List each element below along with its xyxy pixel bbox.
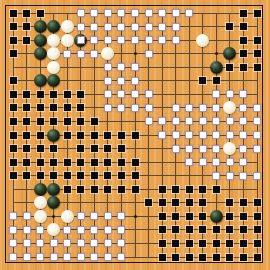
white-territory-marker bbox=[212, 131, 220, 139]
black-stone bbox=[34, 20, 47, 33]
black-territory-marker bbox=[240, 199, 247, 206]
black-territory-marker bbox=[132, 172, 139, 179]
black-territory-marker bbox=[226, 213, 233, 220]
white-territory-marker bbox=[158, 23, 166, 31]
black-territory-marker bbox=[50, 104, 57, 111]
white-territory-marker bbox=[212, 145, 220, 153]
black-territory-marker bbox=[23, 37, 30, 44]
black-territory-marker bbox=[23, 10, 30, 17]
white-territory-marker bbox=[117, 253, 125, 261]
white-territory-marker bbox=[212, 172, 220, 180]
white-territory-marker bbox=[131, 104, 139, 112]
black-territory-marker bbox=[226, 226, 233, 233]
white-territory-marker bbox=[104, 9, 112, 17]
white-territory-marker bbox=[172, 104, 180, 112]
black-territory-marker bbox=[159, 213, 166, 220]
black-territory-marker bbox=[64, 91, 71, 98]
white-territory-marker bbox=[145, 50, 153, 58]
black-territory-marker bbox=[64, 172, 71, 179]
black-territory-marker bbox=[240, 23, 247, 30]
black-territory-marker bbox=[37, 172, 44, 179]
white-territory-marker bbox=[117, 226, 125, 234]
white-territory-marker bbox=[172, 145, 180, 153]
star-point bbox=[215, 52, 218, 55]
black-territory-marker bbox=[172, 213, 179, 220]
white-territory-marker bbox=[104, 77, 112, 85]
white-territory-marker bbox=[117, 212, 125, 220]
white-territory-marker bbox=[36, 226, 44, 234]
star-point bbox=[134, 52, 137, 55]
black-territory-marker bbox=[213, 226, 220, 233]
black-territory-marker bbox=[199, 186, 206, 193]
black-territory-marker bbox=[213, 186, 220, 193]
black-territory-marker bbox=[186, 226, 193, 233]
white-territory-marker bbox=[117, 90, 125, 98]
black-territory-marker bbox=[199, 226, 206, 233]
black-territory-marker bbox=[186, 213, 193, 220]
white-stone bbox=[196, 34, 209, 47]
white-territory-marker bbox=[253, 131, 261, 139]
white-territory-marker bbox=[145, 117, 153, 125]
black-territory-marker bbox=[50, 172, 57, 179]
black-territory-marker bbox=[226, 240, 233, 247]
black-territory-marker bbox=[240, 240, 247, 247]
white-territory-marker bbox=[9, 212, 17, 220]
black-territory-marker bbox=[254, 37, 261, 44]
white-territory-marker bbox=[77, 253, 85, 261]
white-territory-marker bbox=[77, 9, 85, 17]
black-territory-marker bbox=[172, 254, 179, 261]
white-territory-marker bbox=[90, 36, 98, 44]
white-territory-marker bbox=[158, 117, 166, 125]
go-board[interactable] bbox=[0, 0, 270, 270]
black-territory-marker bbox=[77, 104, 84, 111]
black-territory-marker bbox=[159, 226, 166, 233]
white-territory-marker bbox=[172, 117, 180, 125]
black-territory-marker bbox=[23, 172, 30, 179]
star-point bbox=[134, 215, 137, 218]
white-territory-marker bbox=[145, 23, 153, 31]
white-territory-marker bbox=[117, 9, 125, 17]
black-territory-marker bbox=[240, 254, 247, 261]
black-territory-marker bbox=[91, 186, 98, 193]
white-territory-marker bbox=[77, 226, 85, 234]
black-territory-marker bbox=[37, 10, 44, 17]
black-territory-marker bbox=[23, 23, 30, 30]
black-territory-marker bbox=[91, 118, 98, 125]
white-territory-marker bbox=[131, 90, 139, 98]
black-territory-marker bbox=[10, 118, 17, 125]
black-territory-marker bbox=[91, 172, 98, 179]
black-territory-marker bbox=[10, 172, 17, 179]
black-territory-marker bbox=[199, 77, 206, 84]
black-stone bbox=[47, 183, 60, 196]
white-territory-marker bbox=[90, 226, 98, 234]
white-territory-marker bbox=[239, 172, 247, 180]
black-territory-marker bbox=[77, 172, 84, 179]
black-stone bbox=[34, 47, 47, 60]
white-territory-marker bbox=[239, 145, 247, 153]
white-territory-marker bbox=[145, 90, 153, 98]
white-territory-marker bbox=[77, 23, 85, 31]
white-territory-marker bbox=[117, 77, 125, 85]
white-territory-marker bbox=[9, 226, 17, 234]
black-territory-marker bbox=[77, 186, 84, 193]
black-territory-marker bbox=[104, 145, 111, 152]
black-territory-marker bbox=[37, 118, 44, 125]
black-territory-marker bbox=[118, 172, 125, 179]
black-territory-marker bbox=[64, 159, 71, 166]
white-territory-marker bbox=[131, 23, 139, 31]
white-territory-marker bbox=[185, 145, 193, 153]
white-territory-marker bbox=[90, 253, 98, 261]
white-territory-marker bbox=[226, 90, 234, 98]
white-territory-marker bbox=[104, 23, 112, 31]
black-stone bbox=[47, 129, 60, 142]
black-territory-marker bbox=[77, 145, 84, 152]
black-territory-marker bbox=[77, 91, 84, 98]
white-territory-marker bbox=[239, 158, 247, 166]
white-territory-marker bbox=[239, 131, 247, 139]
white-territory-marker bbox=[185, 158, 193, 166]
white-territory-marker bbox=[226, 131, 234, 139]
black-territory-marker bbox=[240, 37, 247, 44]
black-territory-marker bbox=[50, 118, 57, 125]
black-territory-marker bbox=[199, 254, 206, 261]
black-territory-marker bbox=[172, 199, 179, 206]
black-territory-marker bbox=[240, 50, 247, 57]
black-territory-marker bbox=[23, 104, 30, 111]
black-territory-marker bbox=[172, 240, 179, 247]
black-territory-marker bbox=[254, 226, 261, 233]
black-territory-marker bbox=[159, 186, 166, 193]
black-territory-marker bbox=[23, 118, 30, 125]
dead-black-stone bbox=[74, 34, 87, 47]
white-territory-marker bbox=[36, 253, 44, 261]
black-territory-marker bbox=[132, 132, 139, 139]
black-territory-marker bbox=[77, 118, 84, 125]
white-territory-marker bbox=[9, 239, 17, 247]
white-territory-marker bbox=[23, 226, 31, 234]
white-territory-marker bbox=[145, 36, 153, 44]
white-territory-marker bbox=[104, 63, 112, 71]
black-territory-marker bbox=[64, 186, 71, 193]
black-territory-marker bbox=[23, 91, 30, 98]
white-stone bbox=[34, 196, 47, 209]
black-territory-marker bbox=[226, 64, 233, 71]
black-territory-marker bbox=[172, 226, 179, 233]
black-territory-marker bbox=[23, 145, 30, 152]
black-territory-marker bbox=[186, 254, 193, 261]
black-territory-marker bbox=[50, 91, 57, 98]
white-territory-marker bbox=[131, 36, 139, 44]
black-territory-marker bbox=[159, 199, 166, 206]
white-territory-marker bbox=[239, 90, 247, 98]
white-territory-marker bbox=[36, 239, 44, 247]
black-territory-marker bbox=[23, 132, 30, 139]
white-territory-marker bbox=[63, 253, 71, 261]
star-point bbox=[52, 215, 55, 218]
black-territory-marker bbox=[240, 10, 247, 17]
white-territory-marker bbox=[50, 239, 58, 247]
black-territory-marker bbox=[199, 199, 206, 206]
black-territory-marker bbox=[77, 159, 84, 166]
black-territory-marker bbox=[91, 145, 98, 152]
white-territory-marker bbox=[104, 36, 112, 44]
black-territory-marker bbox=[10, 145, 17, 152]
black-territory-marker bbox=[10, 23, 17, 30]
white-territory-marker bbox=[131, 63, 139, 71]
white-territory-marker bbox=[23, 212, 31, 220]
white-territory-marker bbox=[226, 158, 234, 166]
white-stone bbox=[47, 34, 60, 47]
white-territory-marker bbox=[90, 50, 98, 58]
black-territory-marker bbox=[240, 213, 247, 220]
white-territory-marker bbox=[226, 172, 234, 180]
white-territory-marker bbox=[253, 104, 261, 112]
black-territory-marker bbox=[240, 64, 247, 71]
black-territory-marker bbox=[186, 186, 193, 193]
black-territory-marker bbox=[186, 199, 193, 206]
white-territory-marker bbox=[90, 239, 98, 247]
white-stone bbox=[61, 210, 74, 223]
white-territory-marker bbox=[90, 9, 98, 17]
white-territory-marker bbox=[158, 36, 166, 44]
white-territory-marker bbox=[117, 63, 125, 71]
white-territory-marker bbox=[212, 158, 220, 166]
white-territory-marker bbox=[104, 239, 112, 247]
white-territory-marker bbox=[172, 36, 180, 44]
white-territory-marker bbox=[158, 131, 166, 139]
black-territory-marker bbox=[199, 213, 206, 220]
white-territory-marker bbox=[90, 212, 98, 220]
white-stone bbox=[47, 61, 60, 74]
white-territory-marker bbox=[185, 104, 193, 112]
white-territory-marker bbox=[104, 253, 112, 261]
white-territory-marker bbox=[23, 253, 31, 261]
white-territory-marker bbox=[77, 212, 85, 220]
white-stone bbox=[34, 210, 47, 223]
white-territory-marker bbox=[172, 23, 180, 31]
white-territory-marker bbox=[50, 253, 58, 261]
white-territory-marker bbox=[253, 117, 261, 125]
black-territory-marker bbox=[118, 145, 125, 152]
black-territory-marker bbox=[37, 91, 44, 98]
black-territory-marker bbox=[226, 23, 233, 30]
black-territory-marker bbox=[254, 199, 261, 206]
white-territory-marker bbox=[23, 239, 31, 247]
black-territory-marker bbox=[254, 50, 261, 57]
white-territory-marker bbox=[145, 104, 153, 112]
white-territory-marker bbox=[239, 117, 247, 125]
white-territory-marker bbox=[104, 104, 112, 112]
white-territory-marker bbox=[104, 90, 112, 98]
black-territory-marker bbox=[10, 132, 17, 139]
white-territory-marker bbox=[199, 117, 207, 125]
black-territory-marker bbox=[23, 159, 30, 166]
white-territory-marker bbox=[185, 117, 193, 125]
black-territory-marker bbox=[10, 159, 17, 166]
black-territory-marker bbox=[104, 172, 111, 179]
black-territory-marker bbox=[77, 132, 84, 139]
black-territory-marker bbox=[64, 118, 71, 125]
black-territory-marker bbox=[10, 77, 17, 84]
white-territory-marker bbox=[158, 9, 166, 17]
white-territory-marker bbox=[212, 90, 220, 98]
black-territory-marker bbox=[104, 132, 111, 139]
black-territory-marker bbox=[254, 64, 261, 71]
white-territory-marker bbox=[185, 131, 193, 139]
black-territory-marker bbox=[213, 254, 220, 261]
white-territory-marker bbox=[9, 253, 17, 261]
black-territory-marker bbox=[132, 159, 139, 166]
white-territory-marker bbox=[212, 117, 220, 125]
white-territory-marker bbox=[104, 212, 112, 220]
black-territory-marker bbox=[132, 186, 139, 193]
black-territory-marker bbox=[64, 132, 71, 139]
black-stone bbox=[34, 34, 47, 47]
black-territory-marker bbox=[213, 240, 220, 247]
white-territory-marker bbox=[117, 104, 125, 112]
white-territory-marker bbox=[104, 226, 112, 234]
black-territory-marker bbox=[226, 254, 233, 261]
white-territory-marker bbox=[63, 239, 71, 247]
black-territory-marker bbox=[145, 199, 152, 206]
go-client-screenshot bbox=[0, 0, 270, 270]
white-territory-marker bbox=[77, 50, 85, 58]
black-territory-marker bbox=[104, 186, 111, 193]
dead-stone-white-territory-marker bbox=[77, 36, 85, 44]
black-territory-marker bbox=[118, 132, 125, 139]
black-territory-marker bbox=[10, 50, 17, 57]
black-territory-marker bbox=[213, 77, 220, 84]
white-territory-marker bbox=[212, 104, 220, 112]
black-territory-marker bbox=[172, 186, 179, 193]
black-territory-marker bbox=[37, 159, 44, 166]
black-territory-marker bbox=[159, 240, 166, 247]
black-territory-marker bbox=[37, 104, 44, 111]
white-territory-marker bbox=[77, 239, 85, 247]
black-territory-marker bbox=[10, 104, 17, 111]
black-territory-marker bbox=[37, 132, 44, 139]
black-territory-marker bbox=[10, 91, 17, 98]
white-territory-marker bbox=[90, 23, 98, 31]
black-territory-marker bbox=[64, 104, 71, 111]
white-territory-marker bbox=[117, 23, 125, 31]
white-territory-marker bbox=[239, 104, 247, 112]
black-territory-marker bbox=[50, 145, 57, 152]
black-territory-marker bbox=[10, 37, 17, 44]
white-stone bbox=[61, 34, 74, 47]
white-territory-marker bbox=[199, 104, 207, 112]
black-territory-marker bbox=[50, 159, 57, 166]
white-territory-marker bbox=[117, 36, 125, 44]
white-territory-marker bbox=[131, 77, 139, 85]
black-territory-marker bbox=[91, 132, 98, 139]
black-stone bbox=[34, 74, 47, 87]
white-territory-marker bbox=[63, 226, 71, 234]
black-territory-marker bbox=[159, 254, 166, 261]
black-territory-marker bbox=[254, 213, 261, 220]
black-territory-marker bbox=[254, 10, 261, 17]
black-territory-marker bbox=[254, 240, 261, 247]
black-territory-marker bbox=[118, 186, 125, 193]
black-territory-marker bbox=[240, 226, 247, 233]
white-territory-marker bbox=[145, 9, 153, 17]
black-territory-marker bbox=[10, 10, 17, 17]
white-territory-marker bbox=[63, 50, 71, 58]
white-territory-marker bbox=[117, 239, 125, 247]
black-territory-marker bbox=[104, 159, 111, 166]
black-territory-marker bbox=[91, 159, 98, 166]
white-stone bbox=[61, 20, 74, 33]
black-stone bbox=[34, 183, 47, 196]
black-territory-marker bbox=[118, 159, 125, 166]
black-stone bbox=[210, 61, 223, 74]
white-territory-marker bbox=[199, 131, 207, 139]
white-territory-marker bbox=[226, 117, 234, 125]
black-territory-marker bbox=[254, 254, 261, 261]
white-territory-marker bbox=[172, 9, 180, 17]
white-territory-marker bbox=[185, 9, 193, 17]
white-territory-marker bbox=[199, 145, 207, 153]
black-territory-marker bbox=[199, 240, 206, 247]
white-territory-marker bbox=[172, 131, 180, 139]
black-territory-marker bbox=[37, 145, 44, 152]
black-territory-marker bbox=[226, 199, 233, 206]
black-territory-marker bbox=[186, 240, 193, 247]
black-stone bbox=[210, 210, 223, 223]
white-territory-marker bbox=[253, 172, 261, 180]
white-territory-marker bbox=[199, 158, 207, 166]
white-territory-marker bbox=[131, 9, 139, 17]
white-territory-marker bbox=[253, 145, 261, 153]
